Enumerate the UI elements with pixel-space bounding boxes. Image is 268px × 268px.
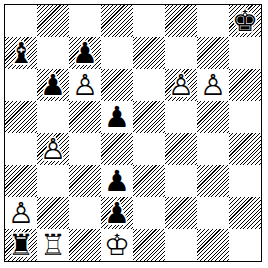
square-a8[interactable] xyxy=(5,5,37,37)
square-b1[interactable]: ♜♖ xyxy=(37,229,69,261)
square-b2[interactable] xyxy=(37,197,69,229)
square-h1[interactable] xyxy=(229,229,261,261)
square-a1[interactable]: ♜♜ xyxy=(5,229,37,261)
piece-glyph: ♙ xyxy=(72,69,98,101)
square-h5[interactable] xyxy=(229,101,261,133)
square-h8[interactable]: ♚♚ xyxy=(229,5,261,37)
square-c6[interactable]: ♟♙ xyxy=(69,69,101,101)
piece-white-rook: ♜♖ xyxy=(37,229,69,261)
square-h7[interactable] xyxy=(229,37,261,69)
square-b5[interactable] xyxy=(37,101,69,133)
chess-board: ♚♚♝♝♟♟♟♟♟♙♟♙♟♙♟♟♟♙♟♟♟♙♟♟♜♜♜♖♚♔ xyxy=(5,5,261,261)
square-g3[interactable] xyxy=(197,165,229,197)
piece-black-pawn: ♟♟ xyxy=(37,69,69,101)
square-h4[interactable] xyxy=(229,133,261,165)
square-c7[interactable]: ♟♟ xyxy=(69,37,101,69)
square-c1[interactable] xyxy=(69,229,101,261)
square-a7[interactable]: ♝♝ xyxy=(5,37,37,69)
square-d7[interactable] xyxy=(101,37,133,69)
square-g5[interactable] xyxy=(197,101,229,133)
square-d6[interactable] xyxy=(101,69,133,101)
piece-black-pawn: ♟♟ xyxy=(69,37,101,69)
piece-white-pawn: ♟♙ xyxy=(69,69,101,101)
square-g7[interactable] xyxy=(197,37,229,69)
square-e5[interactable] xyxy=(133,101,165,133)
square-f4[interactable] xyxy=(165,133,197,165)
square-f8[interactable] xyxy=(165,5,197,37)
square-g4[interactable] xyxy=(197,133,229,165)
chess-diagram: ♚♚♝♝♟♟♟♟♟♙♟♙♟♙♟♟♟♙♟♟♟♙♟♟♜♜♜♖♚♔ xyxy=(0,0,268,268)
piece-glyph: ♙ xyxy=(168,69,194,101)
square-g6[interactable]: ♟♙ xyxy=(197,69,229,101)
square-a6[interactable] xyxy=(5,69,37,101)
square-f3[interactable] xyxy=(165,165,197,197)
square-b7[interactable] xyxy=(37,37,69,69)
piece-black-pawn: ♟♟ xyxy=(101,165,133,197)
piece-black-rook: ♜♜ xyxy=(5,229,37,261)
square-b4[interactable]: ♟♙ xyxy=(37,133,69,165)
piece-black-pawn: ♟♟ xyxy=(101,101,133,133)
piece-black-pawn: ♟♟ xyxy=(101,197,133,229)
piece-black-king: ♚♚ xyxy=(229,5,261,37)
square-b3[interactable] xyxy=(37,165,69,197)
square-d2[interactable]: ♟♟ xyxy=(101,197,133,229)
square-d1[interactable]: ♚♔ xyxy=(101,229,133,261)
square-f5[interactable] xyxy=(165,101,197,133)
piece-glyph: ♙ xyxy=(200,69,226,101)
square-a3[interactable] xyxy=(5,165,37,197)
square-g1[interactable] xyxy=(197,229,229,261)
square-c8[interactable] xyxy=(69,5,101,37)
square-f2[interactable] xyxy=(165,197,197,229)
square-d3[interactable]: ♟♟ xyxy=(101,165,133,197)
square-a2[interactable]: ♟♙ xyxy=(5,197,37,229)
piece-white-pawn: ♟♙ xyxy=(165,69,197,101)
board-frame: ♚♚♝♝♟♟♟♟♟♙♟♙♟♙♟♟♟♙♟♟♟♙♟♟♜♜♜♖♚♔ xyxy=(4,4,262,262)
square-c2[interactable] xyxy=(69,197,101,229)
square-c4[interactable] xyxy=(69,133,101,165)
piece-white-pawn: ♟♙ xyxy=(197,69,229,101)
piece-glyph: ♝ xyxy=(8,37,34,69)
piece-white-king: ♚♔ xyxy=(101,229,133,261)
piece-white-pawn: ♟♙ xyxy=(5,197,37,229)
square-f6[interactable]: ♟♙ xyxy=(165,69,197,101)
piece-glyph: ♖ xyxy=(40,229,66,261)
square-d4[interactable] xyxy=(101,133,133,165)
piece-glyph: ♙ xyxy=(40,133,66,165)
piece-glyph: ♟ xyxy=(104,101,130,133)
square-a4[interactable] xyxy=(5,133,37,165)
square-a5[interactable] xyxy=(5,101,37,133)
piece-white-pawn: ♟♙ xyxy=(37,133,69,165)
square-b6[interactable]: ♟♟ xyxy=(37,69,69,101)
square-e2[interactable] xyxy=(133,197,165,229)
square-b8[interactable] xyxy=(37,5,69,37)
square-h6[interactable] xyxy=(229,69,261,101)
piece-glyph: ♙ xyxy=(8,197,34,229)
piece-black-bishop: ♝♝ xyxy=(5,37,37,69)
square-e8[interactable] xyxy=(133,5,165,37)
square-c5[interactable] xyxy=(69,101,101,133)
piece-glyph: ♟ xyxy=(40,69,66,101)
piece-glyph: ♟ xyxy=(104,165,130,197)
square-h3[interactable] xyxy=(229,165,261,197)
piece-glyph: ♚ xyxy=(232,5,258,37)
square-g2[interactable] xyxy=(197,197,229,229)
square-d8[interactable] xyxy=(101,5,133,37)
square-e6[interactable] xyxy=(133,69,165,101)
square-h2[interactable] xyxy=(229,197,261,229)
piece-glyph: ♔ xyxy=(104,229,130,261)
square-e3[interactable] xyxy=(133,165,165,197)
square-g8[interactable] xyxy=(197,5,229,37)
square-f7[interactable] xyxy=(165,37,197,69)
piece-glyph: ♟ xyxy=(104,197,130,229)
square-e4[interactable] xyxy=(133,133,165,165)
square-f1[interactable] xyxy=(165,229,197,261)
square-c3[interactable] xyxy=(69,165,101,197)
square-d5[interactable]: ♟♟ xyxy=(101,101,133,133)
square-e7[interactable] xyxy=(133,37,165,69)
piece-glyph: ♜ xyxy=(8,229,34,261)
square-e1[interactable] xyxy=(133,229,165,261)
piece-glyph: ♟ xyxy=(72,37,98,69)
